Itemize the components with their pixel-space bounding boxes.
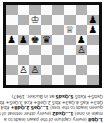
- square-b1: [18, 75, 30, 85]
- square-h3: [87, 55, 99, 65]
- white-king: ♔: [31, 15, 40, 25]
- annotation-line: mate in one) 1...Qxd2 (every other retre…: [2, 110, 103, 116]
- square-a4: [6, 45, 18, 55]
- square-e2: [52, 65, 64, 75]
- square-f1: [64, 75, 76, 85]
- square-e6: [52, 25, 64, 35]
- annotation-text: 1.Qb8 (every capture of the pawn leads t…: [2, 93, 103, 122]
- square-h6: ♟: [87, 25, 99, 35]
- square-h1: [87, 75, 99, 85]
- square-d8: [41, 5, 53, 15]
- black-pawn: ♟: [7, 35, 16, 45]
- square-g7: [76, 15, 88, 25]
- square-e3: [52, 55, 64, 65]
- square-b2: ♙: [18, 65, 30, 75]
- square-c2: ♙: [29, 65, 41, 75]
- white-pawn: ♙: [19, 65, 28, 75]
- square-f6: ♕: [64, 25, 76, 35]
- square-b4: [18, 45, 30, 55]
- square-a5: ♟: [6, 35, 18, 45]
- square-b3: [18, 55, 30, 65]
- square-a8: [6, 5, 18, 15]
- annotation-line: 1.Qb8 (every capture of the pawn leads t…: [2, 116, 103, 122]
- square-f7: [64, 15, 76, 25]
- square-e1: [52, 75, 64, 85]
- square-b7: [18, 15, 30, 25]
- square-c1: [29, 75, 41, 85]
- annotation-line: Qxb5+ Kxb5 5.Qxd5 as in Bucker, 1947): [2, 93, 103, 99]
- square-g2: [76, 65, 88, 75]
- black-pawn: ♟: [77, 35, 86, 45]
- square-c4: [29, 45, 41, 55]
- square-f3: [64, 55, 76, 65]
- square-g8: [76, 5, 88, 15]
- chess-board-frame: ♔♟♕♟♟♟♚♛♟♙♙♙: [3, 2, 102, 88]
- square-d2: [41, 65, 53, 75]
- square-c5: ♚: [29, 35, 41, 45]
- square-f5: [64, 35, 76, 45]
- square-g6: [76, 25, 88, 35]
- black-queen: ♛: [42, 35, 51, 45]
- square-e7: [52, 15, 64, 25]
- square-g1: [76, 75, 88, 85]
- square-a6: [6, 25, 18, 35]
- square-a7: [6, 15, 18, 25]
- square-b5: ♟: [18, 35, 30, 45]
- square-d7: [41, 15, 53, 25]
- black-pawn: ♟: [88, 15, 97, 25]
- square-d5: ♛: [41, 35, 53, 45]
- square-c6: [29, 25, 41, 35]
- square-b8: [18, 5, 30, 15]
- square-e8: [52, 5, 64, 15]
- black-king: ♚: [31, 35, 40, 45]
- square-d3: [41, 55, 53, 65]
- square-g5: ♟: [76, 35, 88, 45]
- chess-board: ♔♟♕♟♟♟♚♛♟♙♙♙: [6, 5, 99, 85]
- square-d4: [41, 45, 53, 55]
- square-c3: [29, 55, 41, 65]
- square-c7: ♔: [29, 15, 41, 25]
- white-pawn: ♙: [31, 65, 40, 75]
- white-pawn: ♙: [77, 45, 86, 55]
- square-c8: [29, 5, 41, 15]
- square-f2: [64, 65, 76, 75]
- square-a1: [6, 75, 18, 85]
- square-g3: [76, 55, 88, 65]
- square-h4: [87, 45, 99, 55]
- square-d6: [41, 25, 53, 35]
- square-h7: ♟: [87, 15, 99, 25]
- square-f8: [64, 5, 76, 15]
- square-h5: [87, 35, 99, 45]
- square-h8: [87, 5, 99, 15]
- square-g4: ♙: [76, 45, 88, 55]
- square-h2: [87, 65, 99, 75]
- square-a3: [6, 55, 18, 65]
- black-pawn: ♟: [88, 25, 97, 35]
- annotation-line: queen leads to the loss) 1...Qe5 2.Qd8+ …: [2, 105, 103, 111]
- square-e4: [52, 45, 64, 55]
- square-e5: [52, 35, 64, 45]
- square-b6: [18, 25, 30, 35]
- black-pawn: ♟: [19, 35, 28, 45]
- white-queen: ♕: [65, 25, 74, 35]
- square-a2: [6, 65, 18, 75]
- square-f4: [64, 45, 76, 55]
- square-d1: [41, 75, 53, 85]
- annotation-line: Qb3+ Ka5 4.Qa3+ Kb5 2.Qe8+ Kc4 3.Qe5+ Kb…: [2, 99, 103, 105]
